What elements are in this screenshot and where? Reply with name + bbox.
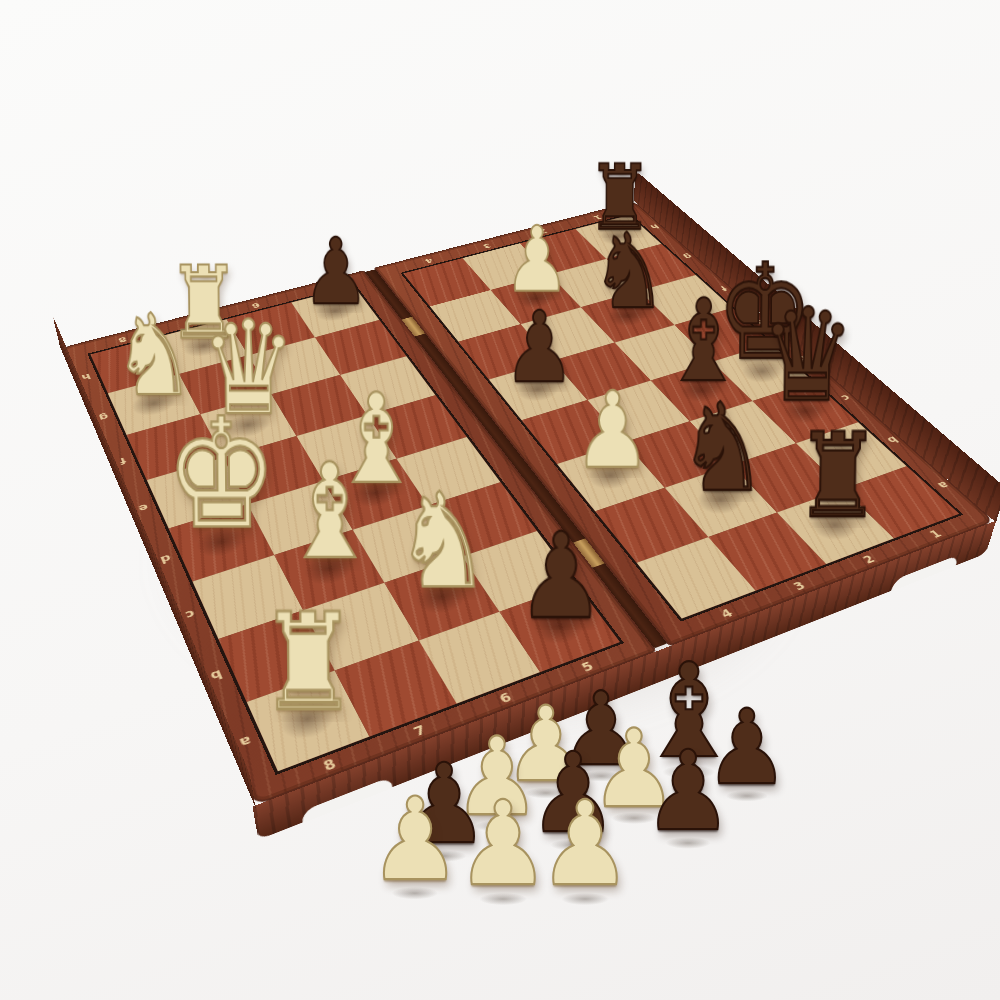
walnut-pawn-a5[interactable]: ♟	[517, 518, 605, 636]
square-a5[interactable]: ♟	[499, 584, 619, 672]
captured-cream-pawn[interactable]: ♟	[455, 786, 550, 903]
cream-king-d8[interactable]: ♚	[164, 398, 278, 550]
cream-knight-b6[interactable]: ♞	[394, 476, 491, 607]
carry-notch	[891, 554, 959, 591]
cream-rook-a8[interactable]: ♜	[258, 595, 359, 729]
captured-walnut-pawn[interactable]: ♟	[643, 737, 733, 847]
cream-bishop-c7[interactable]: ♝	[281, 447, 378, 578]
captured-cream-pawn[interactable]: ♟	[368, 783, 461, 897]
product-photo-scene: ♜♟♞♛♚♝♝♞♜♟ hgfedcba88776655 ♜♟♞♟♝♚♟♛♞♜ h…	[0, 0, 1000, 1000]
square-c4[interactable]: ♟	[557, 442, 665, 511]
walnut-knight-b3[interactable]: ♞	[678, 387, 769, 508]
walnut-pawn-h5[interactable]: ♟	[302, 227, 369, 318]
walnut-pawn-e4[interactable]: ♟	[503, 299, 575, 397]
square-d8[interactable]: ♚	[169, 504, 274, 581]
walnut-knight-f2[interactable]: ♞	[591, 219, 667, 323]
walnut-queen-c1[interactable]: ♛	[760, 291, 856, 419]
rank-label-top-3: 3	[477, 241, 497, 251]
captured-cream-pawn[interactable]: ♟	[537, 786, 632, 903]
walnut-rook-a2[interactable]: ♜	[794, 417, 882, 534]
cream-pawn-c4[interactable]: ♟	[574, 379, 652, 484]
square-e4[interactable]: ♟	[489, 361, 588, 420]
square-a8[interactable]: ♜	[247, 671, 370, 772]
